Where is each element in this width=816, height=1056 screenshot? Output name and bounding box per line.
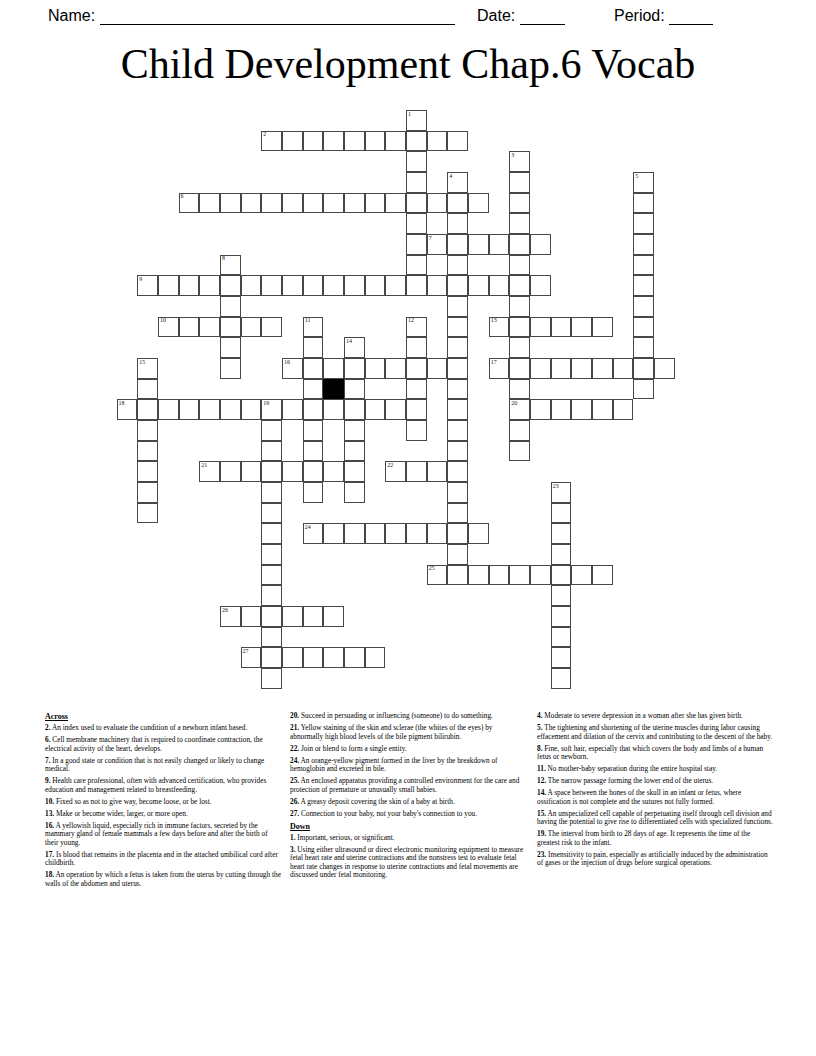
cell-number: 15 <box>139 359 145 366</box>
grid-cell-r14c21[interactable] <box>551 399 572 420</box>
down-clue-1: 1. Important, serious, or significant. <box>290 834 527 842</box>
across-clue-22: 22. Join or blend to form a single entit… <box>290 745 527 753</box>
cell-number: 18 <box>119 400 125 407</box>
grid-cell-r17c10[interactable] <box>323 461 344 482</box>
grid-cell-r14c5[interactable] <box>220 399 241 420</box>
grid-cell-r11c16[interactable] <box>447 337 468 358</box>
grid-cell-r13c16[interactable] <box>447 379 468 400</box>
grid-cell-r12c24[interactable] <box>613 358 634 379</box>
cell-number: 22 <box>387 462 393 469</box>
grid-cell-r3c14[interactable] <box>406 172 427 193</box>
cell-number: 13 <box>491 317 497 324</box>
across-clue-10: 10. Fixed so as not to give way, become … <box>45 798 282 806</box>
grid-cell-r20c16[interactable] <box>447 523 468 544</box>
grid-cell-r20c9[interactable]: 24 <box>303 523 324 544</box>
cell-number: 11 <box>305 317 311 324</box>
grid-cell-r7c25[interactable] <box>633 255 654 276</box>
grid-cell-r10c9[interactable]: 11 <box>303 317 324 338</box>
grid-cell-r12c25[interactable] <box>633 358 654 379</box>
grid-cell-r12c20[interactable] <box>530 358 551 379</box>
grid-cell-r0c14[interactable]: 1 <box>406 110 427 131</box>
grid-cell-r17c15[interactable] <box>427 461 448 482</box>
grid-cell-r9c19[interactable] <box>509 296 530 317</box>
grid-cell-r12c5[interactable] <box>220 358 241 379</box>
grid-cell-r14c13[interactable] <box>385 399 406 420</box>
grid-cell-r12c21[interactable] <box>551 358 572 379</box>
grid-cell-r20c15[interactable] <box>427 523 448 544</box>
grid-cell-r6c25[interactable] <box>633 234 654 255</box>
grid-cell-r26c10[interactable] <box>323 647 344 668</box>
grid-cell-r18c7[interactable] <box>261 482 282 503</box>
grid-cell-r6c16[interactable] <box>447 234 468 255</box>
grid-cell-r16c19[interactable] <box>509 441 530 462</box>
grid-cell-r7c16[interactable] <box>447 255 468 276</box>
grid-cell-r21c21[interactable] <box>551 544 572 565</box>
grid-cell-r21c7[interactable] <box>261 544 282 565</box>
grid-cell-r8c9[interactable] <box>303 275 324 296</box>
cell-number: 5 <box>635 173 638 180</box>
black-cell <box>323 379 344 400</box>
grid-cell-r20c12[interactable] <box>365 523 386 544</box>
cell-number: 8 <box>222 255 225 262</box>
grid-cell-r23c7[interactable] <box>261 585 282 606</box>
grid-cell-r15c7[interactable] <box>261 420 282 441</box>
grid-cell-r24c21[interactable] <box>551 606 572 627</box>
grid-cell-r9c5[interactable] <box>220 296 241 317</box>
grid-cell-r17c9[interactable] <box>303 461 324 482</box>
grid-cell-r2c14[interactable] <box>406 151 427 172</box>
grid-cell-r14c24[interactable] <box>613 399 634 420</box>
grid-cell-r7c14[interactable] <box>406 255 427 276</box>
grid-cell-r17c16[interactable] <box>447 461 468 482</box>
grid-cell-r18c21[interactable]: 23 <box>551 482 572 503</box>
grid-cell-r3c16[interactable]: 4 <box>447 172 468 193</box>
grid-cell-r4c17[interactable] <box>468 193 489 214</box>
grid-cell-r26c11[interactable] <box>344 647 365 668</box>
grid-cell-r22c18[interactable] <box>489 565 510 586</box>
grid-cell-r8c18[interactable] <box>489 275 510 296</box>
grid-cell-r10c22[interactable] <box>571 317 592 338</box>
grid-cell-r3c19[interactable] <box>509 172 530 193</box>
down-clue-3: 3. Using either ultrasound or direct ele… <box>290 846 527 880</box>
grid-cell-r14c10[interactable] <box>323 399 344 420</box>
cell-number: 17 <box>491 359 497 366</box>
across-clue-16: 16. A yellowish liquid, especially rich … <box>45 822 282 847</box>
grid-cell-r15c19[interactable] <box>509 420 530 441</box>
grid-cell-r18c9[interactable] <box>303 482 324 503</box>
grid-cell-r15c1[interactable] <box>137 420 158 441</box>
grid-cell-r17c5[interactable] <box>220 461 241 482</box>
grid-cell-r11c9[interactable] <box>303 337 324 358</box>
grid-cell-r10c23[interactable] <box>592 317 613 338</box>
grid-cell-r1c13[interactable] <box>385 131 406 152</box>
across-clue-7: 7. In a good state or condition that is … <box>45 757 282 774</box>
grid-cell-r18c1[interactable] <box>137 482 158 503</box>
cell-number: 7 <box>429 235 432 242</box>
grid-cell-r1c15[interactable] <box>427 131 448 152</box>
grid-cell-r4c8[interactable] <box>282 193 303 214</box>
grid-cell-r10c21[interactable] <box>551 317 572 338</box>
grid-cell-r13c19[interactable] <box>509 379 530 400</box>
grid-cell-r11c25[interactable] <box>633 337 654 358</box>
grid-cell-r10c2[interactable]: 10 <box>158 317 179 338</box>
grid-cell-r1c7[interactable]: 2 <box>261 131 282 152</box>
grid-cell-r8c10[interactable] <box>323 275 344 296</box>
grid-cell-r8c6[interactable] <box>241 275 262 296</box>
grid-cell-r14c1[interactable] <box>137 399 158 420</box>
grid-cell-r17c1[interactable] <box>137 461 158 482</box>
cell-number: 25 <box>429 565 435 572</box>
grid-cell-r12c18[interactable]: 17 <box>489 358 510 379</box>
cell-number: 4 <box>449 173 452 180</box>
grid-cell-r24c10[interactable] <box>323 606 344 627</box>
across-clue-2: 2. An index used to evaluate the conditi… <box>45 724 282 732</box>
grid-cell-r24c8[interactable] <box>282 606 303 627</box>
cell-number: 1 <box>408 111 411 118</box>
grid-cell-r4c13[interactable] <box>385 193 406 214</box>
grid-cell-r17c13[interactable]: 22 <box>385 461 406 482</box>
grid-cell-r14c11[interactable] <box>344 399 365 420</box>
grid-cell-r11c5[interactable] <box>220 337 241 358</box>
grid-cell-r14c23[interactable] <box>592 399 613 420</box>
grid-cell-r22c23[interactable] <box>592 565 613 586</box>
grid-cell-r12c12[interactable] <box>365 358 386 379</box>
across-clues-header: Across <box>45 712 282 721</box>
grid-cell-r14c2[interactable] <box>158 399 179 420</box>
grid-cell-r17c7[interactable] <box>261 461 282 482</box>
grid-cell-r18c11[interactable] <box>344 482 365 503</box>
grid-cell-r5c25[interactable] <box>633 213 654 234</box>
grid-cell-r1c11[interactable] <box>344 131 365 152</box>
grid-cell-r17c11[interactable] <box>344 461 365 482</box>
grid-cell-r20c10[interactable] <box>323 523 344 544</box>
across-clue-26: 26. A greasy deposit covering the skin o… <box>290 798 527 806</box>
grid-cell-r5c19[interactable] <box>509 213 530 234</box>
grid-cell-r10c5[interactable] <box>220 317 241 338</box>
grid-cell-r10c18[interactable]: 13 <box>489 317 510 338</box>
across-clue-21: 21. Yellow staining of the skin and scle… <box>290 724 527 741</box>
cell-number: 24 <box>305 524 311 531</box>
grid-cell-r6c15[interactable]: 7 <box>427 234 448 255</box>
grid-cell-r8c2[interactable] <box>158 275 179 296</box>
grid-cell-r12c10[interactable] <box>323 358 344 379</box>
grid-cell-r22c16[interactable] <box>447 565 468 586</box>
grid-cell-r8c17[interactable] <box>468 275 489 296</box>
grid-cell-r15c16[interactable] <box>447 420 468 441</box>
grid-cell-r4c19[interactable] <box>509 193 530 214</box>
grid-cell-r8c1[interactable]: 9 <box>137 275 158 296</box>
grid-cell-r19c21[interactable] <box>551 503 572 524</box>
grid-cell-r6c18[interactable] <box>489 234 510 255</box>
across-clue-20: 20. Succeed in persuading or influencing… <box>290 712 527 720</box>
grid-cell-r14c12[interactable] <box>365 399 386 420</box>
grid-cell-r4c6[interactable] <box>241 193 262 214</box>
grid-cell-r4c10[interactable] <box>323 193 344 214</box>
grid-cell-r1c12[interactable] <box>365 131 386 152</box>
down-clue-23: 23. Insensitivity to pain, especially as… <box>537 851 774 868</box>
grid-cell-r12c14[interactable] <box>406 358 427 379</box>
grid-cell-r14c0[interactable]: 18 <box>117 399 138 420</box>
grid-cell-r12c11[interactable] <box>344 358 365 379</box>
grid-cell-r10c3[interactable] <box>179 317 200 338</box>
cell-number: 23 <box>553 483 559 490</box>
cell-number: 19 <box>263 400 269 407</box>
grid-cell-r8c13[interactable] <box>385 275 406 296</box>
cell-number: 26 <box>222 607 228 614</box>
grid-cell-r8c19[interactable] <box>509 275 530 296</box>
grid-cell-r4c4[interactable] <box>199 193 220 214</box>
grid-cell-r14c16[interactable] <box>447 399 468 420</box>
grid-cell-r4c16[interactable] <box>447 193 468 214</box>
grid-cell-r22c20[interactable] <box>530 565 551 586</box>
grid-cell-r1c9[interactable] <box>303 131 324 152</box>
grid-cell-r16c9[interactable] <box>303 441 324 462</box>
grid-cell-r6c19[interactable] <box>509 234 530 255</box>
grid-cell-r6c20[interactable] <box>530 234 551 255</box>
grid-cell-r13c9[interactable] <box>303 379 324 400</box>
grid-cell-r10c25[interactable] <box>633 317 654 338</box>
grid-cell-r8c15[interactable] <box>427 275 448 296</box>
down-clue-12: 12. The narrow passage forming the lower… <box>537 777 774 785</box>
grid-cell-r19c1[interactable] <box>137 503 158 524</box>
grid-cell-r6c17[interactable] <box>468 234 489 255</box>
down-clue-11: 11. No mother-baby separation during the… <box>537 765 774 773</box>
cell-number: 12 <box>408 317 414 324</box>
grid-cell-r2c19[interactable]: 3 <box>509 151 530 172</box>
grid-cell-r11c19[interactable] <box>509 337 530 358</box>
grid-cell-r22c15[interactable]: 25 <box>427 565 448 586</box>
grid-cell-r11c14[interactable] <box>406 337 427 358</box>
cell-number: 3 <box>511 152 514 159</box>
grid-cell-r8c5[interactable] <box>220 275 241 296</box>
grid-cell-r12c9[interactable] <box>303 358 324 379</box>
grid-cell-r26c21[interactable] <box>551 647 572 668</box>
grid-cell-r26c12[interactable] <box>365 647 386 668</box>
grid-cell-r8c14[interactable] <box>406 275 427 296</box>
grid-cell-r26c6[interactable]: 27 <box>241 647 262 668</box>
grid-cell-r14c7[interactable]: 19 <box>261 399 282 420</box>
down-clue-8: 8. Fine, soft hair, especially that whic… <box>537 745 774 762</box>
down-clues-header: Down <box>290 822 527 831</box>
grid-cell-r8c8[interactable] <box>282 275 303 296</box>
grid-cell-r10c14[interactable]: 12 <box>406 317 427 338</box>
cell-number: 9 <box>139 276 142 283</box>
cell-number: 20 <box>511 400 517 407</box>
grid-cell-r4c14[interactable] <box>406 193 427 214</box>
grid-cell-r15c11[interactable] <box>344 420 365 441</box>
grid-cell-r4c9[interactable] <box>303 193 324 214</box>
cell-number: 21 <box>201 462 207 469</box>
grid-cell-r7c19[interactable] <box>509 255 530 276</box>
across-clue-27: 27. Connection to your baby, not your ba… <box>290 810 527 818</box>
grid-cell-r14c9[interactable] <box>303 399 324 420</box>
grid-cell-r10c6[interactable] <box>241 317 262 338</box>
grid-cell-r8c25[interactable] <box>633 275 654 296</box>
grid-cell-r9c16[interactable] <box>447 296 468 317</box>
grid-cell-r12c13[interactable] <box>385 358 406 379</box>
across-clue-18: 18. An operation by which a fetus is tak… <box>45 871 282 888</box>
clue-column-1: Across2. An index used to evaluate the c… <box>45 712 282 892</box>
grid-cell-r14c14[interactable] <box>406 399 427 420</box>
clue-column-2: 20. Succeed in persuading or influencing… <box>290 712 527 883</box>
grid-cell-r4c11[interactable] <box>344 193 365 214</box>
grid-cell-r20c17[interactable] <box>468 523 489 544</box>
grid-cell-r27c7[interactable] <box>261 668 282 689</box>
grid-cell-r17c8[interactable] <box>282 461 303 482</box>
grid-cell-r23c21[interactable] <box>551 585 572 606</box>
down-clue-19: 19. The interval from birth to 28 days o… <box>537 830 774 847</box>
grid-cell-r27c21[interactable] <box>551 668 572 689</box>
grid-cell-r15c9[interactable] <box>303 420 324 441</box>
grid-cell-r22c19[interactable] <box>509 565 530 586</box>
grid-cell-r12c26[interactable] <box>654 358 675 379</box>
across-clue-24: 24. An orange-yellow pigment formed in t… <box>290 757 527 774</box>
across-clue-17: 17. Is blood that remains in the placent… <box>45 851 282 868</box>
grid-cell-r12c15[interactable] <box>427 358 448 379</box>
grid-cell-r14c20[interactable] <box>530 399 551 420</box>
grid-cell-r16c7[interactable] <box>261 441 282 462</box>
grid-cell-r4c25[interactable] <box>633 193 654 214</box>
cell-number: 27 <box>243 648 249 655</box>
grid-cell-r21c16[interactable] <box>447 544 468 565</box>
grid-cell-r14c4[interactable] <box>199 399 220 420</box>
grid-cell-r8c16[interactable] <box>447 275 468 296</box>
grid-cell-r13c11[interactable] <box>344 379 365 400</box>
grid-cell-r25c21[interactable] <box>551 627 572 648</box>
grid-cell-r14c19[interactable]: 20 <box>509 399 530 420</box>
down-clue-4: 4. Moderate to severe depression in a wo… <box>537 712 774 720</box>
grid-cell-r22c22[interactable] <box>571 565 592 586</box>
grid-cell-r17c4[interactable]: 21 <box>199 461 220 482</box>
grid-cell-r5c16[interactable] <box>447 213 468 234</box>
grid-cell-r24c9[interactable] <box>303 606 324 627</box>
worksheet-page: Name: Date: Period: Child Development Ch… <box>0 0 816 1056</box>
grid-cell-r20c13[interactable] <box>385 523 406 544</box>
grid-cell-r10c7[interactable] <box>261 317 282 338</box>
crossword-grid: 1234567891011121314151617181920212223242… <box>0 0 816 710</box>
grid-cell-r10c19[interactable] <box>509 317 530 338</box>
grid-cell-r24c7[interactable] <box>261 606 282 627</box>
grid-cell-r19c16[interactable] <box>447 503 468 524</box>
grid-cell-r1c8[interactable] <box>282 131 303 152</box>
grid-cell-r22c17[interactable] <box>468 565 489 586</box>
grid-cell-r15c14[interactable] <box>406 420 427 441</box>
across-clue-9: 9. Health care professional, often with … <box>45 777 282 794</box>
grid-cell-r25c7[interactable] <box>261 627 282 648</box>
grid-cell-r8c7[interactable] <box>261 275 282 296</box>
across-clue-25: 25. An enclosed apparatus providing a co… <box>290 777 527 794</box>
grid-cell-r26c8[interactable] <box>282 647 303 668</box>
grid-cell-r16c11[interactable] <box>344 441 365 462</box>
grid-cell-r26c7[interactable] <box>261 647 282 668</box>
grid-cell-r19c7[interactable] <box>261 503 282 524</box>
grid-cell-r3c25[interactable]: 5 <box>633 172 654 193</box>
grid-cell-r4c15[interactable] <box>427 193 448 214</box>
across-clue-6: 6. Cell membrane machinery that is requi… <box>45 736 282 753</box>
grid-cell-r1c10[interactable] <box>323 131 344 152</box>
grid-cell-r17c6[interactable] <box>241 461 262 482</box>
grid-cell-r24c6[interactable] <box>241 606 262 627</box>
grid-cell-r20c14[interactable] <box>406 523 427 544</box>
grid-cell-r4c3[interactable]: 6 <box>179 193 200 214</box>
grid-cell-r9c25[interactable] <box>633 296 654 317</box>
grid-cell-r1c16[interactable] <box>447 131 468 152</box>
grid-cell-r13c25[interactable] <box>633 379 654 400</box>
grid-cell-r14c8[interactable] <box>282 399 303 420</box>
grid-cell-r12c23[interactable] <box>592 358 613 379</box>
grid-cell-r6c14[interactable] <box>406 234 427 255</box>
cell-number: 6 <box>181 193 184 200</box>
grid-cell-r7c5[interactable]: 8 <box>220 255 241 276</box>
grid-cell-r22c21[interactable] <box>551 565 572 586</box>
cell-number: 10 <box>160 317 166 324</box>
grid-cell-r24c5[interactable]: 26 <box>220 606 241 627</box>
grid-cell-r8c20[interactable] <box>530 275 551 296</box>
grid-cell-r1c14[interactable] <box>406 131 427 152</box>
grid-cell-r12c22[interactable] <box>571 358 592 379</box>
grid-cell-r5c14[interactable] <box>406 213 427 234</box>
grid-cell-r20c21[interactable] <box>551 523 572 544</box>
grid-cell-r20c11[interactable] <box>344 523 365 544</box>
down-clue-15: 15. An unspecialized cell capable of per… <box>537 810 774 827</box>
grid-cell-r22c7[interactable] <box>261 565 282 586</box>
grid-cell-r13c14[interactable] <box>406 379 427 400</box>
grid-cell-r14c6[interactable] <box>241 399 262 420</box>
grid-cell-r12c1[interactable]: 15 <box>137 358 158 379</box>
grid-cell-r26c9[interactable] <box>303 647 324 668</box>
grid-cell-r8c4[interactable] <box>199 275 220 296</box>
down-clue-14: 14. A space between the bones of the sku… <box>537 789 774 806</box>
grid-cell-r14c3[interactable] <box>179 399 200 420</box>
cell-number: 16 <box>284 359 290 366</box>
grid-cell-r10c4[interactable] <box>199 317 220 338</box>
grid-cell-r8c12[interactable] <box>365 275 386 296</box>
grid-cell-r11c11[interactable]: 14 <box>344 337 365 358</box>
cell-number: 2 <box>263 131 266 138</box>
grid-cell-r16c16[interactable] <box>447 441 468 462</box>
grid-cell-r12c8[interactable]: 16 <box>282 358 303 379</box>
grid-cell-r10c16[interactable] <box>447 317 468 338</box>
grid-cell-r17c14[interactable] <box>406 461 427 482</box>
grid-cell-r4c12[interactable] <box>365 193 386 214</box>
grid-cell-r14c22[interactable] <box>571 399 592 420</box>
grid-cell-r16c1[interactable] <box>137 441 158 462</box>
grid-cell-r12c16[interactable] <box>447 358 468 379</box>
grid-cell-r4c5[interactable] <box>220 193 241 214</box>
grid-cell-r10c20[interactable] <box>530 317 551 338</box>
grid-cell-r4c7[interactable] <box>261 193 282 214</box>
grid-cell-r8c11[interactable] <box>344 275 365 296</box>
grid-cell-r13c1[interactable] <box>137 379 158 400</box>
down-clue-5: 5. The tightening and shortening of the … <box>537 724 774 741</box>
grid-cell-r18c16[interactable] <box>447 482 468 503</box>
clue-column-3: 4. Moderate to severe depression in a wo… <box>537 712 774 871</box>
cell-number: 14 <box>346 338 352 345</box>
grid-cell-r12c19[interactable] <box>509 358 530 379</box>
grid-cell-r20c7[interactable] <box>261 523 282 544</box>
grid-cell-r8c3[interactable] <box>179 275 200 296</box>
across-clue-13: 13. Make or become wider, larger, or mor… <box>45 810 282 818</box>
